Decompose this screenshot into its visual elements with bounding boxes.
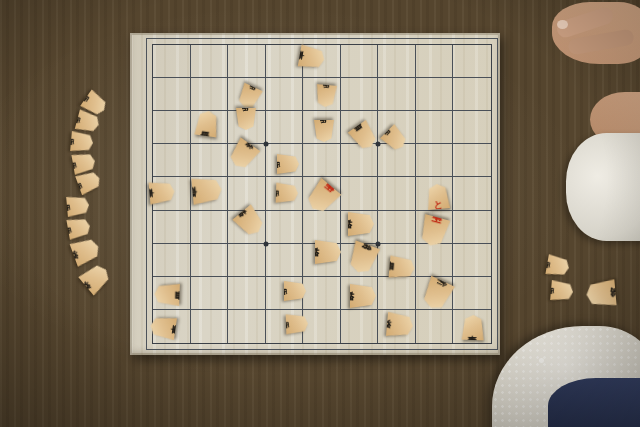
piece-face: と [426,183,450,210]
board-square [416,144,454,177]
piece-face: 銀将 [315,240,341,264]
board-square [453,277,491,310]
board-square [453,177,491,210]
board-square [416,244,454,277]
board-square [341,310,379,343]
piece-kanji-label: 歩兵 [92,100,99,109]
board-square [191,244,229,277]
board-square [453,144,491,177]
board-square [303,144,341,177]
board-square [341,45,379,78]
piece-face: 歩兵 [236,108,256,130]
shogi-piece[interactable]: 歩兵 [286,314,309,335]
piece-kanji-label: 龍馬 [317,193,327,202]
board-square [153,211,191,244]
piece-kanji-label: 歩兵 [296,319,298,328]
piece-kanji-label: 飛車 [206,184,209,195]
piece-face: 金将 [386,312,414,338]
shogi-piece[interactable]: 香車 [149,314,177,339]
board-square [191,78,229,111]
shogi-piece[interactable]: 歩兵 [314,120,334,142]
shogi-piece[interactable]: 歩兵 [66,195,90,217]
piece-face: 玉将 [585,279,616,307]
piece-kanji-label: 角行 [432,291,443,297]
piece-kanji-label: 玉将 [600,287,603,298]
piece-face: 香車 [149,314,177,339]
piece-kanji-label: 金将 [238,151,247,158]
piece-kanji-label: 歩兵 [391,135,399,143]
piece-face: 歩兵 [70,131,94,153]
board-square [228,177,266,210]
piece-kanji-label: 銀将 [360,219,362,229]
shogi-piece[interactable]: 金将 [386,312,414,338]
piece-face: 桂馬 [194,109,219,137]
white-blanket [566,133,640,241]
piece-face: 歩兵 [545,254,570,278]
shogi-piece[interactable]: 歩兵 [276,183,299,204]
piece-kanji-label: 歩兵 [294,287,296,296]
piece-face: 歩兵 [276,183,299,204]
table-surface: 香車歩兵歩兵桂馬歩兵歩兵桂馬歩兵金将香車飛車銀将歩兵歩兵龍馬と龍王銀将銀将王将桂… [0,0,640,427]
piece-kanji-label: と [433,190,443,202]
board-square [416,78,454,111]
piece-kanji-label: 歩兵 [321,95,330,98]
board-square [266,78,304,111]
shogi-piece[interactable]: 銀将 [315,240,341,264]
piece-kanji-label: 歩兵 [320,130,329,132]
shogi-piece[interactable]: 桂馬 [389,255,416,279]
shogi-piece[interactable]: 飛車 [191,176,222,204]
star-point-icon [263,241,268,246]
piece-kanji-label: 歩兵 [77,223,81,232]
shogi-piece[interactable]: 香車 [149,180,176,204]
board-square [191,211,229,244]
board-square [378,211,416,244]
board-square [228,45,266,78]
shogi-piece[interactable]: 香車 [462,314,485,340]
piece-face: 歩兵 [66,195,90,217]
board-square [266,111,304,144]
piece-kanji-label: 王将 [357,255,368,261]
piece-kanji-label: 歩兵 [244,94,253,100]
piece-kanji-label: 歩兵 [556,261,560,270]
piece-face: 歩兵 [286,314,309,335]
board-square [153,111,191,144]
shogi-piece[interactable]: 歩兵 [315,84,337,108]
board-square [303,277,341,310]
shogi-piece[interactable]: 桂馬 [194,109,219,137]
piece-kanji-label: 香車 [161,322,164,332]
shogi-piece[interactable]: 歩兵 [277,154,299,174]
piece-face: 飛車 [191,176,222,204]
shogi-piece[interactable]: 歩兵 [550,280,574,302]
board-square [378,45,416,78]
piece-kanji-label: 歩兵 [287,160,289,169]
shogi-piece[interactable]: 玉将 [585,279,616,307]
piece-face: 歩兵 [314,120,334,142]
piece-kanji-label: 金将 [92,274,100,283]
shogi-piece[interactable]: 金将 [78,260,113,295]
shogi-piece[interactable]: 歩兵 [284,281,306,301]
piece-kanji-label: 歩兵 [82,158,86,167]
piece-kanji-label: 香車 [161,187,164,197]
piece-kanji-label: 桂馬 [166,289,168,299]
shogi-piece[interactable]: と [426,183,450,210]
board-square [191,310,229,343]
star-point-icon [376,241,381,246]
piece-kanji-label: 桂馬 [401,262,404,272]
piece-kanji-label: 歩兵 [87,177,92,186]
board-square [453,111,491,144]
piece-kanji-label: 香車 [468,326,478,328]
piece-kanji-label: 桂馬 [202,121,212,124]
piece-kanji-label: 金将 [83,246,88,256]
piece-face: 香車 [462,314,485,340]
board-square [378,78,416,111]
board-square [416,111,454,144]
piece-kanji-label: 龍王 [428,229,439,234]
piece-face: 香車 [298,44,326,70]
board-square [453,244,491,277]
board-square [191,144,229,177]
piece-kanji-label: 歩兵 [242,118,251,120]
board-square [416,45,454,78]
board-square [453,45,491,78]
piece-kanji-label: 歩兵 [561,286,564,295]
piece-kanji-label: 桂馬 [360,132,369,139]
board-square [153,144,191,177]
piece-kanji-label: 香車 [310,52,314,62]
board-square [228,244,266,277]
piece-face: 歩兵 [550,280,574,302]
shogi-piece[interactable]: 歩兵 [70,131,94,153]
shogi-piece[interactable]: 歩兵 [236,108,256,130]
piece-kanji-label: 銀将 [246,218,255,226]
piece-face: 銀将 [348,212,374,236]
piece-kanji-label: 銀将 [327,247,329,257]
board-square [266,211,304,244]
board-square [378,177,416,210]
piece-face: 歩兵 [277,154,299,174]
piece-face: 銀将 [350,284,376,308]
board-square [303,310,341,343]
piece-face: 歩兵 [284,281,306,301]
board-square [191,277,229,310]
shogi-piece[interactable]: 歩兵 [545,254,570,278]
piece-kanji-label: 歩兵 [77,201,80,210]
shogi-piece[interactable]: 香車 [298,44,326,70]
board-square [153,244,191,277]
piece-kanji-label: 金将 [399,320,402,330]
piece-kanji-label: 歩兵 [81,137,84,146]
board-square [453,78,491,111]
board-square [153,45,191,78]
fingernail-icon [557,20,568,29]
piece-face: 金将 [78,260,113,295]
piece-kanji-label: 歩兵 [86,117,90,126]
board-square [266,244,304,277]
board-square [378,277,416,310]
board-square [453,211,491,244]
board-square [228,310,266,343]
board-square [191,45,229,78]
piece-kanji-label: 歩兵 [286,188,288,197]
board-square [228,277,266,310]
piece-kanji-label: 銀将 [362,291,364,301]
navy-clothing [548,378,640,427]
star-point-icon [263,142,268,147]
board-square [416,310,454,343]
piece-face: 桂馬 [154,283,180,306]
piece-face: 桂馬 [389,255,416,279]
board-square [153,78,191,111]
shogi-piece[interactable]: 桂馬 [154,283,180,306]
shogi-piece[interactable]: 銀将 [348,212,374,236]
board-square [341,177,379,210]
piece-face: 香車 [149,180,176,204]
shogi-piece[interactable]: 銀将 [350,284,376,308]
piece-face: 歩兵 [315,84,337,108]
board-square [341,78,379,111]
